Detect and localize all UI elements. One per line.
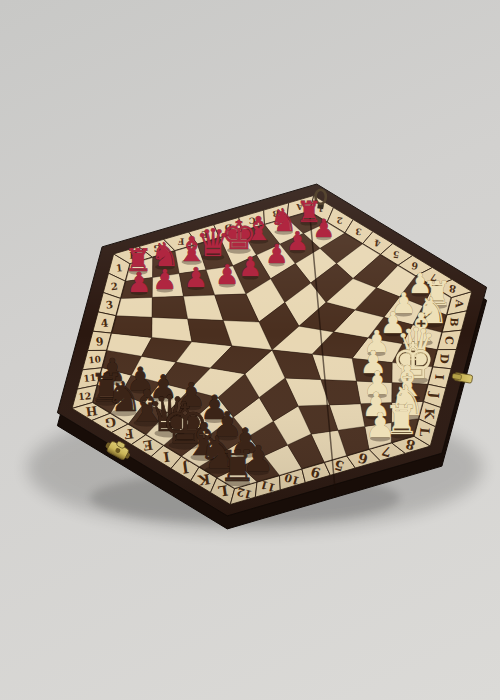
red-pawn: ♟: [215, 259, 239, 290]
coordinate-label: 2: [110, 281, 118, 293]
product-photo: 12349101112HGFEIJKL12111095678ABCDIJKL12…: [0, 0, 500, 700]
red-pawn: ♟: [152, 264, 177, 295]
dark-square: [152, 296, 188, 319]
coordinate-label: 4: [100, 316, 109, 330]
light-square: [117, 297, 153, 317]
coordinate-label: 1: [115, 262, 123, 274]
coordinate-label: D: [437, 353, 452, 364]
red-pawn: ♟: [313, 214, 335, 243]
red-pawn: ♟: [265, 239, 288, 269]
red-pawn: ♟: [184, 262, 208, 293]
red-pawn: ♟: [238, 251, 262, 282]
red-pawn: ♟: [286, 226, 309, 256]
coordinate-label: J: [427, 391, 441, 399]
light-square: [152, 317, 192, 341]
red-pawn: ♟: [127, 266, 152, 298]
white-pawn: ♟: [365, 405, 395, 445]
coordinate-label: 3: [105, 298, 113, 311]
black-rook: ♜: [218, 442, 256, 491]
coordinate-label: B: [448, 317, 461, 327]
coordinate-label: C: [442, 336, 456, 346]
three-player-chess-board: 12349101112HGFEIJKL12111095678ABCDIJKL12…: [0, 0, 500, 700]
coordinate-label: 9: [95, 335, 104, 349]
